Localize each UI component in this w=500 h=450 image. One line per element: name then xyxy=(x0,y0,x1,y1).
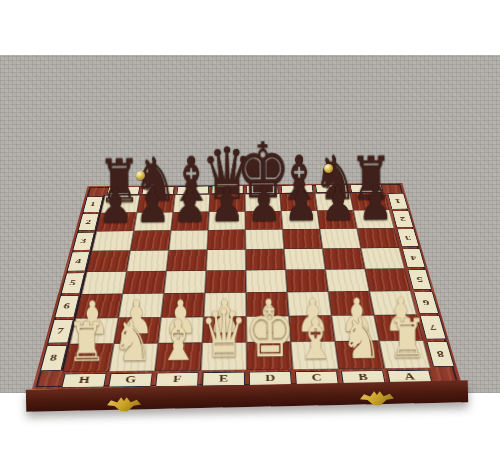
square-c2: ♟ xyxy=(281,211,320,230)
square-f6 xyxy=(161,293,205,317)
square-e6 xyxy=(204,293,247,317)
file-label-near-g: G xyxy=(106,371,155,388)
square-a6 xyxy=(369,291,416,315)
square-f2: ♟ xyxy=(171,212,209,231)
square-d1: ♚ xyxy=(245,194,281,212)
file-label-text: H xyxy=(107,187,140,195)
square-f5 xyxy=(164,271,206,294)
square-e1: ♛ xyxy=(209,194,245,212)
square-c5 xyxy=(286,269,329,292)
chess-board: HGFEDCBA1♜♞♝♛♚♝♞♜12♟♟♟♟♟♟♟♟2334455667♟♟♟… xyxy=(32,183,462,389)
square-a8: ♜ xyxy=(379,340,430,368)
file-label-text: E xyxy=(212,186,244,194)
rank-label-text: 6 xyxy=(413,292,439,314)
square-e2: ♟ xyxy=(208,211,245,230)
square-c3 xyxy=(283,229,323,249)
square-b7: ♟ xyxy=(331,315,379,341)
square-c1: ♝ xyxy=(280,193,317,211)
square-b3 xyxy=(320,229,361,249)
square-a3 xyxy=(357,228,399,248)
file-label-far-f: F xyxy=(175,185,210,195)
rank-label-left-8: 8 xyxy=(37,344,70,372)
square-g6 xyxy=(118,293,163,317)
square-c8: ♝ xyxy=(291,341,339,369)
square-f7: ♟ xyxy=(158,317,204,343)
rank-label-right-7: 7 xyxy=(417,314,449,340)
file-label-text: G xyxy=(142,186,175,194)
rank-label-right-1: 1 xyxy=(385,192,410,209)
rank-label-text: 1 xyxy=(387,193,408,209)
file-label-near-h: H xyxy=(59,371,109,388)
rank-label-right-2: 2 xyxy=(389,210,415,229)
square-e5 xyxy=(205,270,246,293)
square-e3 xyxy=(207,230,245,250)
square-c6 xyxy=(287,292,331,316)
frame-corner xyxy=(32,372,63,389)
file-label-far-a: A xyxy=(348,183,385,193)
piece-dark-rook-h1: ♜ xyxy=(97,151,140,211)
rank-label-text: 4 xyxy=(402,248,426,267)
file-label-text: D xyxy=(246,185,278,193)
file-label-text: B xyxy=(315,184,348,192)
file-label-far-c: C xyxy=(279,184,315,194)
square-d6 xyxy=(246,292,289,316)
square-h7: ♟ xyxy=(70,318,119,344)
square-g3 xyxy=(130,231,171,251)
square-h3 xyxy=(92,231,134,251)
square-d8: ♚ xyxy=(247,342,293,370)
rank-label-text: 5 xyxy=(407,269,432,290)
square-h1: ♜ xyxy=(101,195,140,213)
square-g7: ♟ xyxy=(114,317,161,343)
square-h2: ♟ xyxy=(97,213,137,232)
square-f4 xyxy=(166,250,207,271)
square-d3 xyxy=(245,229,284,249)
rank-label-text: 2 xyxy=(392,210,414,227)
square-h5 xyxy=(82,271,127,294)
rank-label-text: 3 xyxy=(72,232,94,250)
rank-label-text: 7 xyxy=(419,316,446,340)
square-b8: ♞ xyxy=(335,341,385,369)
square-g8: ♞ xyxy=(109,343,158,371)
square-a7: ♟ xyxy=(374,315,423,341)
square-b1: ♞ xyxy=(315,193,353,211)
file-label-far-b: B xyxy=(314,184,350,194)
rank-label-text: 2 xyxy=(77,214,98,231)
square-b2: ♟ xyxy=(317,210,357,229)
square-h4 xyxy=(87,251,130,272)
rank-label-right-5: 5 xyxy=(405,268,434,291)
square-e4 xyxy=(206,249,246,270)
product-photo-canvas: HGFEDCBA1♜♞♝♛♚♝♞♜12♟♟♟♟♟♟♟♟2334455667♟♟♟… xyxy=(0,0,500,450)
file-label-text: F xyxy=(155,372,199,386)
rank-label-text: 4 xyxy=(66,252,89,271)
file-label-far-g: G xyxy=(140,185,176,195)
brass-clasp-right-icon xyxy=(324,164,333,173)
square-g2: ♟ xyxy=(134,212,173,231)
square-c4 xyxy=(284,249,325,270)
square-e8: ♛ xyxy=(201,342,247,370)
brass-clasp-left-icon xyxy=(136,171,145,180)
file-label-far-d: D xyxy=(245,184,280,194)
square-b6 xyxy=(328,291,374,315)
fabric-background: HGFEDCBA1♜♞♝♛♚♝♞♜12♟♟♟♟♟♟♟♟2334455667♟♟♟… xyxy=(0,55,500,393)
square-a2: ♟ xyxy=(353,210,394,229)
square-e7: ♟ xyxy=(202,316,246,342)
square-a5 xyxy=(365,269,411,292)
file-label-text: G xyxy=(108,373,153,387)
rank-label-text: 6 xyxy=(54,295,79,317)
rank-label-text: 5 xyxy=(60,273,84,294)
file-label-far-e: E xyxy=(210,185,245,195)
square-h8: ♜ xyxy=(63,344,114,372)
square-f1: ♝ xyxy=(173,194,210,212)
piece-dark-knight-g1: ♞ xyxy=(133,149,178,211)
square-g5 xyxy=(123,271,167,294)
square-d5 xyxy=(246,270,287,293)
rank-label-right-3: 3 xyxy=(394,228,421,248)
rank-label-right-6: 6 xyxy=(410,291,441,315)
frame-corner xyxy=(383,183,406,193)
file-label-text: A xyxy=(350,184,384,192)
file-label-far-h: H xyxy=(105,186,142,196)
file-label-text: H xyxy=(61,373,106,387)
file-label-text: E xyxy=(202,372,245,386)
piece-dark-bishop-f1: ♝ xyxy=(169,149,214,211)
square-b5 xyxy=(325,269,369,292)
rank-label-text: 3 xyxy=(396,229,419,247)
square-g1: ♞ xyxy=(137,195,175,213)
rank-label-text: 8 xyxy=(426,341,454,367)
square-c7: ♟ xyxy=(289,316,335,342)
square-d4 xyxy=(246,249,286,270)
square-g4 xyxy=(127,250,169,271)
square-h6 xyxy=(76,294,123,318)
square-f3 xyxy=(169,230,208,250)
piece-dark-bishop-c1: ♝ xyxy=(277,148,322,210)
square-a4 xyxy=(361,248,405,269)
frame-corner xyxy=(85,186,107,196)
rank-label-text: 8 xyxy=(39,345,67,371)
rank-label-right-4: 4 xyxy=(399,247,427,268)
file-label-text: C xyxy=(281,185,314,193)
square-d7: ♟ xyxy=(246,316,290,342)
square-a1: ♜ xyxy=(350,193,389,211)
file-label-text: F xyxy=(177,186,209,194)
rank-label-text: 1 xyxy=(82,196,103,212)
square-b4 xyxy=(322,248,365,269)
square-d2: ♟ xyxy=(245,211,282,230)
rank-label-text: 7 xyxy=(47,319,73,343)
square-f8: ♝ xyxy=(155,343,202,371)
